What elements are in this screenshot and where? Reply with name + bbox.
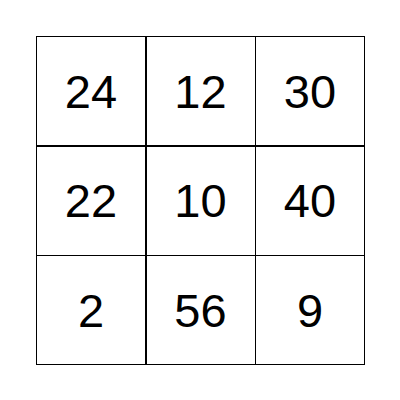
grid-cell-r3c1: 2 <box>37 256 145 364</box>
grid-cell-r3c3: 9 <box>256 256 364 364</box>
grid-cell-r1c1: 24 <box>37 37 145 145</box>
grid-cell-r2c1: 22 <box>37 147 145 255</box>
grid-cell-r2c2: 10 <box>147 147 255 255</box>
grid-cell-r3c2: 56 <box>147 256 255 364</box>
grid-cell-r2c3: 40 <box>256 147 364 255</box>
grid-cell-r1c2: 12 <box>147 37 255 145</box>
number-grid-board: 24 12 30 22 10 40 2 56 9 <box>36 36 365 365</box>
grid-cell-r1c3: 30 <box>256 37 364 145</box>
